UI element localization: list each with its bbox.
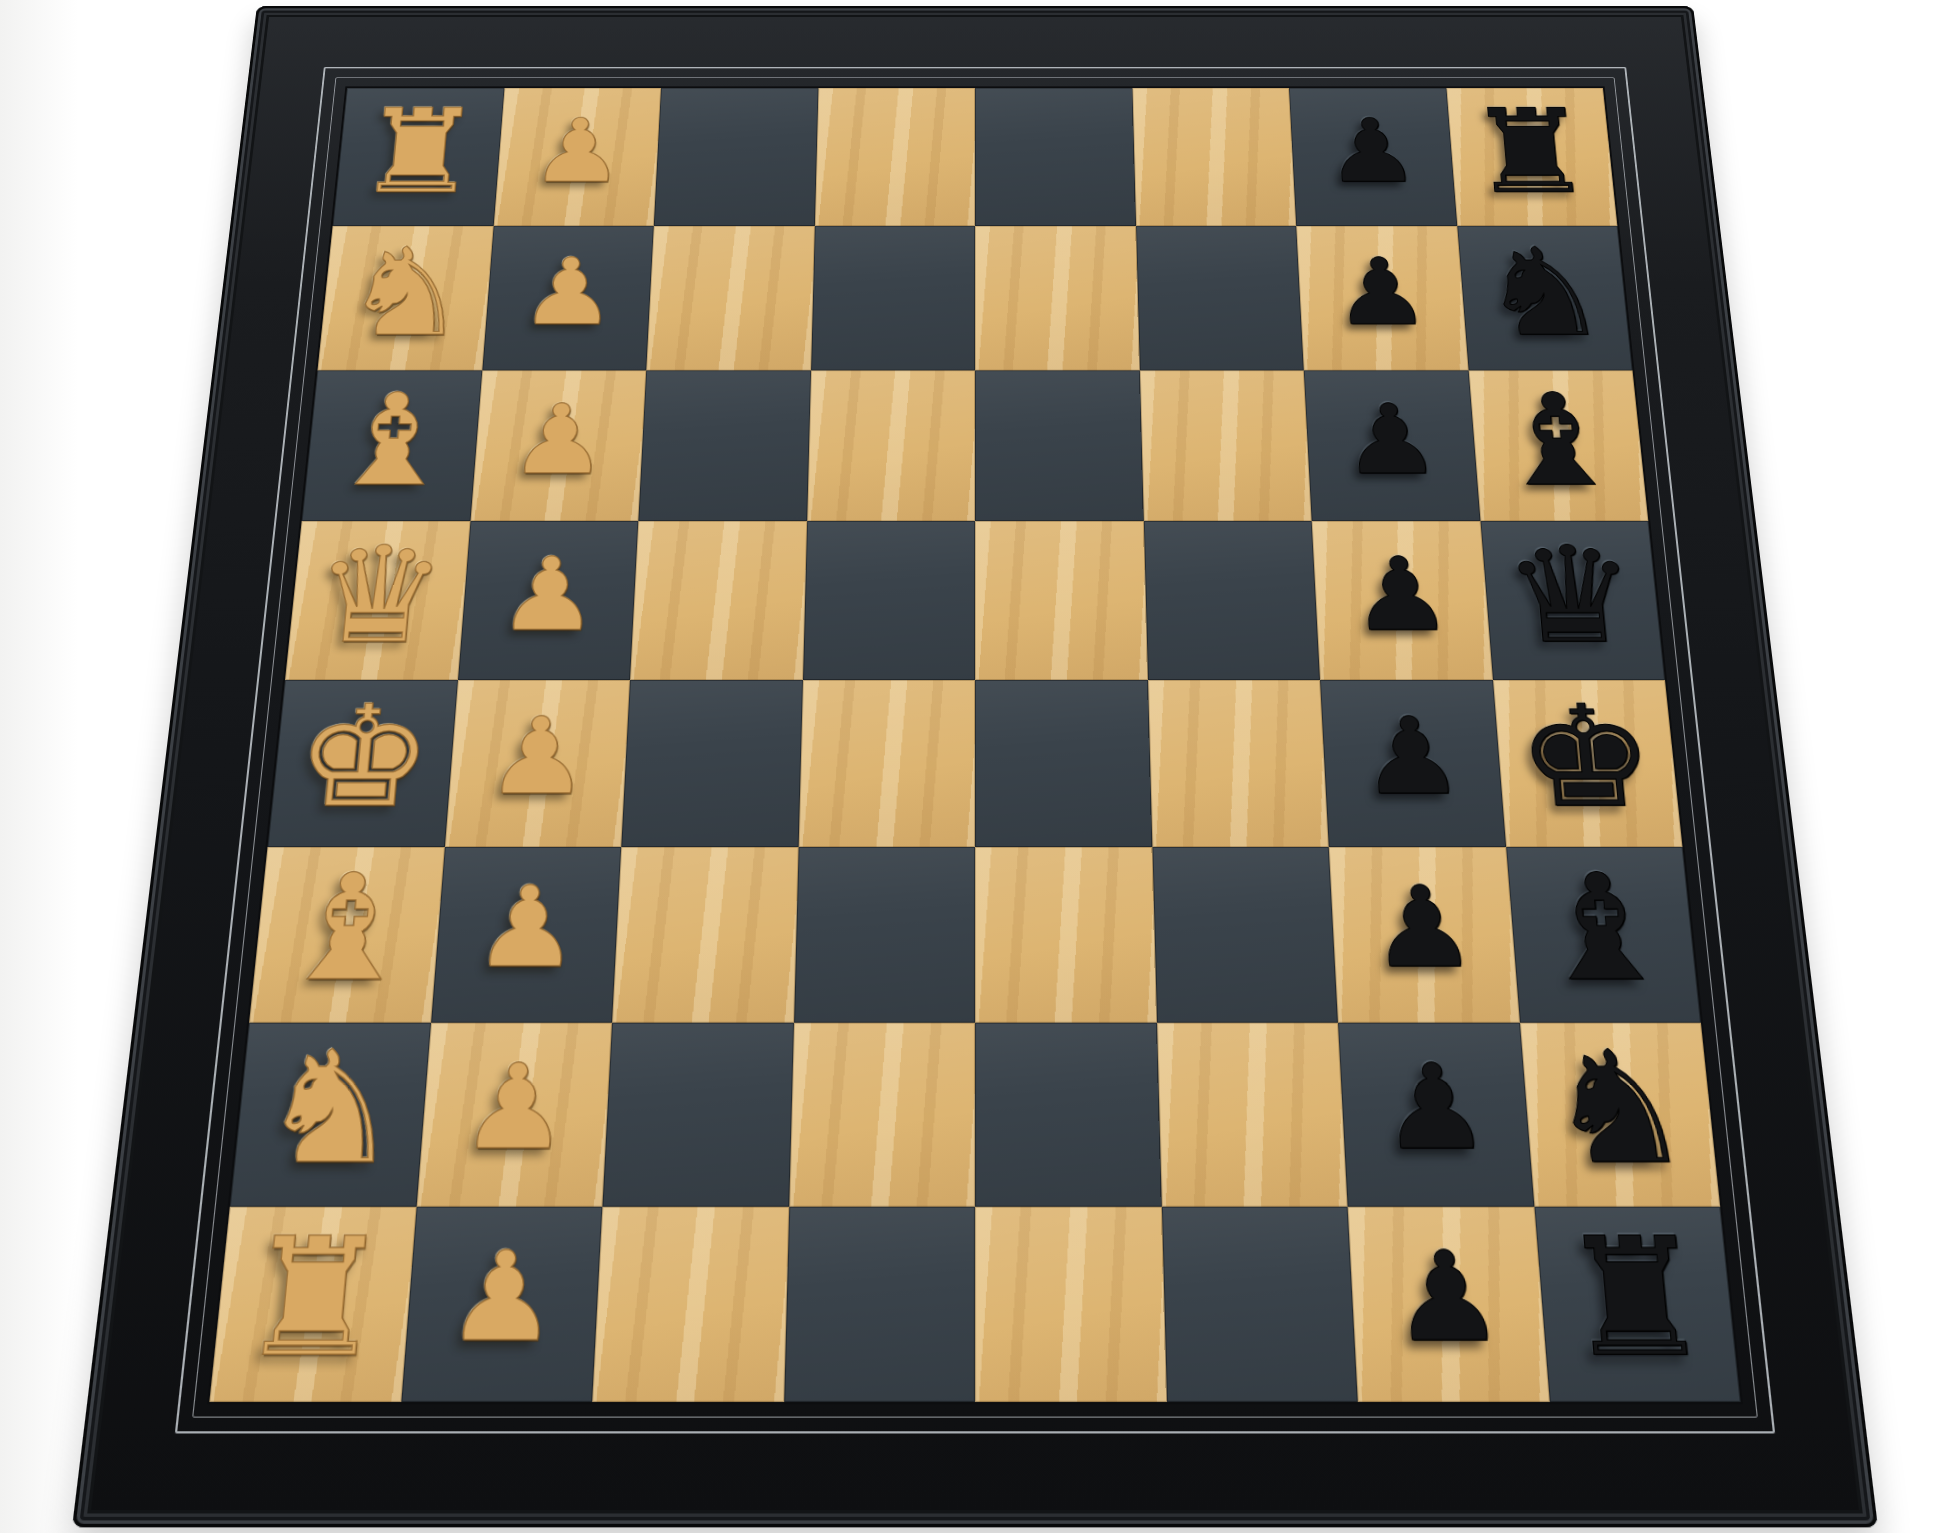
square-f3[interactable] <box>612 847 798 1022</box>
square-d3[interactable] <box>630 521 807 680</box>
square-a1[interactable]: ♜ <box>333 88 504 226</box>
square-d5[interactable] <box>975 521 1148 680</box>
black-bishop-f8[interactable]: ♝ <box>1526 855 1679 1002</box>
square-c1[interactable]: ♝ <box>302 370 482 521</box>
square-d4[interactable] <box>803 521 976 680</box>
black-rook-a8[interactable]: ♜ <box>1464 94 1598 209</box>
white-pawn-g2[interactable]: ♟ <box>457 1049 574 1167</box>
square-b8[interactable]: ♞ <box>1457 226 1633 370</box>
square-b3[interactable] <box>646 226 814 370</box>
photo-background: ♜♟♟♜♞♟♟♞♝♟♟♝♛♟♟♛♚♟♟♚♝♟♟♝♞♟♟♞♜♟♟♜ <box>0 0 1957 1533</box>
square-a3[interactable] <box>654 88 818 226</box>
square-a7[interactable]: ♟ <box>1289 88 1457 226</box>
square-f1[interactable]: ♝ <box>249 847 444 1022</box>
white-pawn-e2[interactable]: ♟ <box>483 704 593 810</box>
square-d2[interactable]: ♟ <box>458 521 639 680</box>
square-f4[interactable] <box>794 847 975 1022</box>
square-h2[interactable]: ♟ <box>401 1207 603 1402</box>
square-c2[interactable]: ♟ <box>470 370 646 521</box>
square-a2[interactable]: ♟ <box>493 88 661 226</box>
square-a8[interactable]: ♜ <box>1446 88 1617 226</box>
white-king-e1[interactable]: ♚ <box>289 688 438 828</box>
square-c3[interactable] <box>638 370 810 521</box>
square-e5[interactable] <box>975 680 1152 847</box>
square-b7[interactable]: ♟ <box>1296 226 1468 370</box>
square-g5[interactable] <box>975 1022 1161 1207</box>
square-e7[interactable]: ♟ <box>1320 680 1506 847</box>
square-c8[interactable]: ♝ <box>1468 370 1648 521</box>
square-d7[interactable]: ♟ <box>1312 521 1493 680</box>
square-g2[interactable]: ♟ <box>416 1022 612 1207</box>
square-f8[interactable]: ♝ <box>1506 847 1701 1022</box>
square-f2[interactable]: ♟ <box>431 847 622 1022</box>
square-d8[interactable]: ♛ <box>1480 521 1665 680</box>
square-d6[interactable] <box>1143 521 1320 680</box>
black-pawn-a7[interactable]: ♟ <box>1322 108 1422 196</box>
black-queen-d8[interactable]: ♛ <box>1499 529 1644 662</box>
square-a5[interactable] <box>975 88 1136 226</box>
square-d1[interactable]: ♛ <box>285 521 470 680</box>
square-b6[interactable] <box>1136 226 1304 370</box>
square-c5[interactable] <box>975 370 1143 521</box>
square-h3[interactable] <box>592 1207 789 1402</box>
square-a6[interactable] <box>1132 88 1296 226</box>
square-e1[interactable]: ♚ <box>268 680 458 847</box>
square-h5[interactable] <box>975 1207 1166 1402</box>
square-c6[interactable] <box>1139 370 1311 521</box>
board-grid: ♜♟♟♜♞♟♟♞♝♟♟♝♛♟♟♛♚♟♟♚♝♟♟♝♞♟♟♞♜♟♟♜ <box>209 88 1740 1402</box>
square-c7[interactable]: ♟ <box>1304 370 1480 521</box>
square-c4[interactable] <box>807 370 975 521</box>
square-e8[interactable]: ♚ <box>1493 680 1683 847</box>
square-b2[interactable]: ♟ <box>482 226 654 370</box>
square-b4[interactable] <box>811 226 975 370</box>
square-f5[interactable] <box>975 847 1156 1022</box>
white-pawn-b2[interactable]: ♟ <box>518 247 620 339</box>
white-pawn-a2[interactable]: ♟ <box>528 108 628 196</box>
square-h1[interactable]: ♜ <box>209 1207 416 1402</box>
black-pawn-g7[interactable]: ♟ <box>1376 1049 1493 1167</box>
white-bishop-f1[interactable]: ♝ <box>271 855 424 1002</box>
white-pawn-h2[interactable]: ♟ <box>443 1235 563 1359</box>
black-knight-g8[interactable]: ♞ <box>1540 1031 1697 1186</box>
square-e2[interactable]: ♟ <box>444 680 630 847</box>
black-king-e8[interactable]: ♚ <box>1512 688 1661 828</box>
square-h6[interactable] <box>1161 1207 1358 1402</box>
square-e4[interactable] <box>798 680 975 847</box>
square-a4[interactable] <box>814 88 975 226</box>
white-bishop-c1[interactable]: ♝ <box>322 377 463 504</box>
black-pawn-c7[interactable]: ♟ <box>1339 392 1444 488</box>
white-knight-g1[interactable]: ♞ <box>252 1031 409 1186</box>
black-pawn-h7[interactable]: ♟ <box>1387 1235 1507 1359</box>
black-pawn-d7[interactable]: ♟ <box>1347 544 1454 645</box>
square-e3[interactable] <box>621 680 802 847</box>
black-knight-b8[interactable]: ♞ <box>1475 232 1613 353</box>
square-b1[interactable]: ♞ <box>317 226 493 370</box>
square-g3[interactable] <box>602 1022 793 1207</box>
square-e6[interactable] <box>1148 680 1329 847</box>
black-pawn-e7[interactable]: ♟ <box>1357 704 1467 810</box>
square-g1[interactable]: ♞ <box>230 1022 431 1207</box>
square-h7[interactable]: ♟ <box>1348 1207 1550 1402</box>
square-h4[interactable] <box>784 1207 975 1402</box>
black-rook-h8[interactable]: ♜ <box>1555 1216 1717 1379</box>
square-g4[interactable] <box>789 1022 975 1207</box>
black-pawn-b7[interactable]: ♟ <box>1330 247 1432 339</box>
white-knight-b1[interactable]: ♞ <box>337 232 475 353</box>
square-g6[interactable] <box>1156 1022 1347 1207</box>
square-g8[interactable]: ♞ <box>1519 1022 1720 1207</box>
square-h8[interactable]: ♜ <box>1534 1207 1741 1402</box>
square-f7[interactable]: ♟ <box>1329 847 1520 1022</box>
square-g7[interactable]: ♟ <box>1338 1022 1534 1207</box>
black-pawn-f7[interactable]: ♟ <box>1366 872 1479 984</box>
white-queen-d1[interactable]: ♛ <box>306 529 451 662</box>
chess-board: ♜♟♟♜♞♟♟♞♝♟♟♝♛♟♟♛♚♟♟♚♝♟♟♝♞♟♟♞♜♟♟♜ <box>72 6 1878 1527</box>
white-pawn-f2[interactable]: ♟ <box>470 872 583 984</box>
white-rook-a1[interactable]: ♜ <box>352 94 486 209</box>
white-pawn-c2[interactable]: ♟ <box>507 392 612 488</box>
white-rook-h1[interactable]: ♜ <box>233 1216 395 1379</box>
square-b5[interactable] <box>975 226 1139 370</box>
square-f6[interactable] <box>1152 847 1338 1022</box>
white-pawn-d2[interactable]: ♟ <box>495 544 602 645</box>
black-bishop-c8[interactable]: ♝ <box>1487 377 1628 504</box>
